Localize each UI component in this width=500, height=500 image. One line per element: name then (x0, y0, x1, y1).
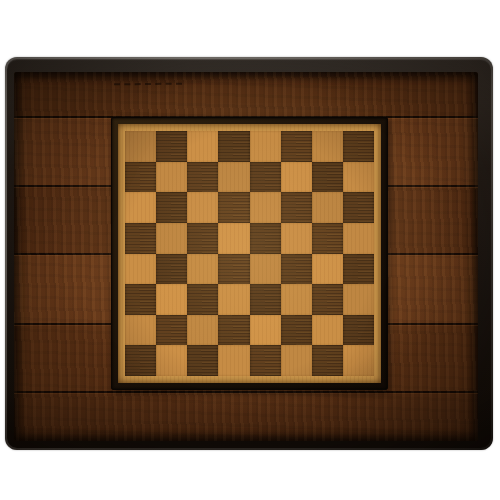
square-e4[interactable] (250, 254, 281, 285)
square-g2[interactable] (312, 315, 343, 346)
board-grid (125, 131, 374, 376)
square-d2[interactable] (218, 315, 249, 346)
square-b5[interactable] (156, 223, 187, 254)
square-b7[interactable] (156, 162, 187, 193)
square-h3[interactable] (343, 284, 374, 315)
square-f1[interactable] (281, 345, 312, 376)
board-frame (111, 117, 388, 390)
square-f4[interactable] (281, 254, 312, 285)
square-h4[interactable] (343, 254, 374, 285)
wood-plank (14, 72, 478, 118)
square-b3[interactable] (156, 284, 187, 315)
square-a7[interactable] (125, 162, 156, 193)
square-a1[interactable] (125, 345, 156, 376)
square-d3[interactable] (218, 284, 249, 315)
square-g8[interactable] (312, 131, 343, 162)
square-d6[interactable] (218, 192, 249, 223)
square-e1[interactable] (250, 345, 281, 376)
square-g5[interactable] (312, 223, 343, 254)
square-h7[interactable] (343, 162, 374, 193)
square-e2[interactable] (250, 315, 281, 346)
board-margin (118, 124, 381, 383)
square-h8[interactable] (343, 131, 374, 162)
square-a5[interactable] (125, 223, 156, 254)
square-h6[interactable] (343, 192, 374, 223)
square-f2[interactable] (281, 315, 312, 346)
square-c8[interactable] (187, 131, 218, 162)
square-h1[interactable] (343, 345, 374, 376)
square-c3[interactable] (187, 284, 218, 315)
square-f6[interactable] (281, 192, 312, 223)
square-g7[interactable] (312, 162, 343, 193)
square-b2[interactable] (156, 315, 187, 346)
square-a3[interactable] (125, 284, 156, 315)
square-g1[interactable] (312, 345, 343, 376)
square-a8[interactable] (125, 131, 156, 162)
square-e5[interactable] (250, 223, 281, 254)
square-e3[interactable] (250, 284, 281, 315)
square-b1[interactable] (156, 345, 187, 376)
square-c2[interactable] (187, 315, 218, 346)
square-d1[interactable] (218, 345, 249, 376)
square-c5[interactable] (187, 223, 218, 254)
wood-plank (14, 393, 478, 441)
square-h5[interactable] (343, 223, 374, 254)
square-g3[interactable] (312, 284, 343, 315)
square-d4[interactable] (218, 254, 249, 285)
square-c4[interactable] (187, 254, 218, 285)
square-f5[interactable] (281, 223, 312, 254)
square-c7[interactable] (187, 162, 218, 193)
game-table-top (5, 57, 493, 450)
square-e6[interactable] (250, 192, 281, 223)
square-h2[interactable] (343, 315, 374, 346)
square-b6[interactable] (156, 192, 187, 223)
square-e7[interactable] (250, 162, 281, 193)
square-f3[interactable] (281, 284, 312, 315)
square-a6[interactable] (125, 192, 156, 223)
square-f8[interactable] (281, 131, 312, 162)
square-d7[interactable] (218, 162, 249, 193)
square-a2[interactable] (125, 315, 156, 346)
square-b4[interactable] (156, 254, 187, 285)
square-c6[interactable] (187, 192, 218, 223)
square-a4[interactable] (125, 254, 156, 285)
square-b8[interactable] (156, 131, 187, 162)
square-e8[interactable] (250, 131, 281, 162)
square-f7[interactable] (281, 162, 312, 193)
square-g6[interactable] (312, 192, 343, 223)
square-c1[interactable] (187, 345, 218, 376)
product-photo (0, 0, 500, 500)
square-g4[interactable] (312, 254, 343, 285)
square-d8[interactable] (218, 131, 249, 162)
square-d5[interactable] (218, 223, 249, 254)
